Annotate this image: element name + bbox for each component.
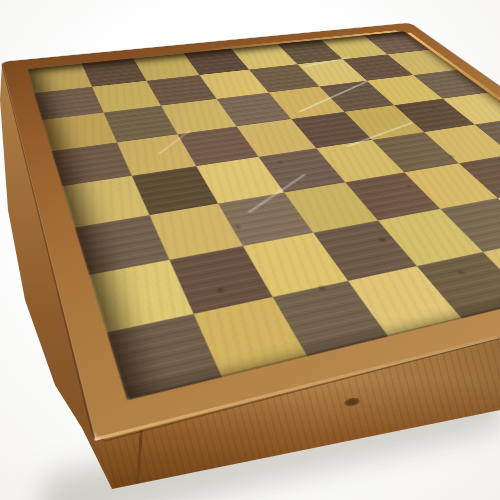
photo-stage: [0, 0, 500, 500]
front-face-seam: [136, 430, 143, 484]
chessboard-grid: [26, 31, 500, 400]
front-face-knot: [343, 396, 360, 407]
